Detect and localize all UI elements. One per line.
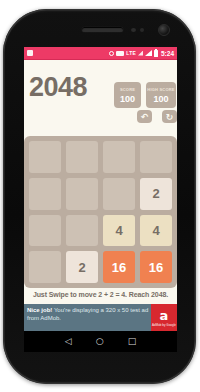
instruction-text: Just Swipe to move 2 + 2 = 4. Reach 2048… (24, 291, 177, 298)
app-title: 2048 (29, 74, 87, 101)
speaker-grille (82, 27, 123, 32)
notification-icon (27, 50, 33, 56)
restart-button[interactable]: ↻ (162, 110, 177, 123)
clock-time: 5:24 (161, 50, 174, 57)
light-sensor-dot (140, 28, 144, 32)
score-box: SCORE 100 (114, 82, 141, 108)
highscore-value: 100 (146, 94, 176, 104)
ad-banner[interactable]: Nice job! You're displaying a 320 x 50 t… (24, 304, 177, 331)
back-button[interactable]: ◁ (65, 337, 72, 346)
empty-cell (29, 141, 61, 173)
undo-icon: ↶ (141, 112, 149, 122)
tile-16: 16 (103, 251, 135, 283)
screen: LTE 5:24 2048 SCORE 100 HIGH SCORE 100 ↶… (24, 47, 177, 352)
sim-icon (116, 51, 124, 56)
nav-bar: ◁ ○ □ (24, 331, 177, 352)
status-bar: LTE 5:24 (24, 47, 177, 60)
admob-caption: AdMob by Google (152, 323, 176, 327)
empty-cell (66, 215, 98, 247)
empty-cell (140, 141, 172, 173)
empty-cell (103, 178, 135, 210)
highscore-box: HIGH SCORE 100 (146, 82, 176, 108)
empty-cell (103, 141, 135, 173)
tile-16: 16 (140, 251, 172, 283)
empty-cell (29, 215, 61, 247)
empty-cell (29, 178, 61, 210)
screenshot-canvas: LTE 5:24 2048 SCORE 100 HIGH SCORE 100 ↶… (0, 0, 200, 392)
tile-4: 4 (140, 215, 172, 247)
empty-cell (66, 178, 98, 210)
proximity-sensor-dot (131, 28, 136, 32)
board-grid[interactable]: 24421616 (24, 136, 177, 288)
undo-button[interactable]: ↶ (137, 110, 152, 123)
score-label: SCORE (114, 87, 141, 92)
alarm-icon (109, 51, 114, 56)
admob-logo: a AdMob by Google (151, 304, 177, 331)
cell-signal-icon (138, 51, 143, 56)
empty-cell (66, 141, 98, 173)
front-camera-lens (158, 24, 170, 36)
highscore-label: HIGH SCORE (146, 87, 176, 92)
ad-text: Nice job! You're displaying a 320 x 50 t… (24, 304, 151, 331)
tile-4: 4 (103, 215, 135, 247)
recents-button[interactable]: □ (128, 337, 137, 346)
ad-highlight: Nice job! (27, 307, 52, 313)
score-value: 100 (114, 94, 141, 104)
tile-2: 2 (66, 251, 98, 283)
battery-icon (154, 50, 158, 57)
admob-a-icon: a (160, 309, 169, 322)
network-type-label: LTE (126, 50, 136, 56)
empty-cell (29, 251, 61, 283)
home-button[interactable]: ○ (96, 337, 104, 346)
cell-signal-icon-2 (145, 50, 152, 56)
restart-icon: ↻ (166, 112, 174, 122)
tile-2: 2 (140, 178, 172, 210)
